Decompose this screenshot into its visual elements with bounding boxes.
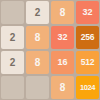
tile-32: 32	[76, 1, 99, 24]
tile-32: 32	[51, 26, 74, 49]
tile-2: 2	[1, 26, 24, 49]
empty-cell	[1, 76, 24, 99]
tile-16: 16	[51, 51, 74, 74]
board-2048[interactable]: 28322832256281651281024	[0, 0, 100, 100]
tile-2: 2	[26, 1, 49, 24]
tile-8: 8	[51, 1, 74, 24]
tile-8: 8	[51, 76, 74, 99]
empty-cell	[26, 76, 49, 99]
tile-256: 256	[76, 26, 99, 49]
tile-1024: 1024	[76, 76, 99, 99]
empty-cell	[1, 1, 24, 24]
tile-2: 2	[1, 51, 24, 74]
tile-8: 8	[26, 51, 49, 74]
tile-512: 512	[76, 51, 99, 74]
tile-8: 8	[26, 26, 49, 49]
